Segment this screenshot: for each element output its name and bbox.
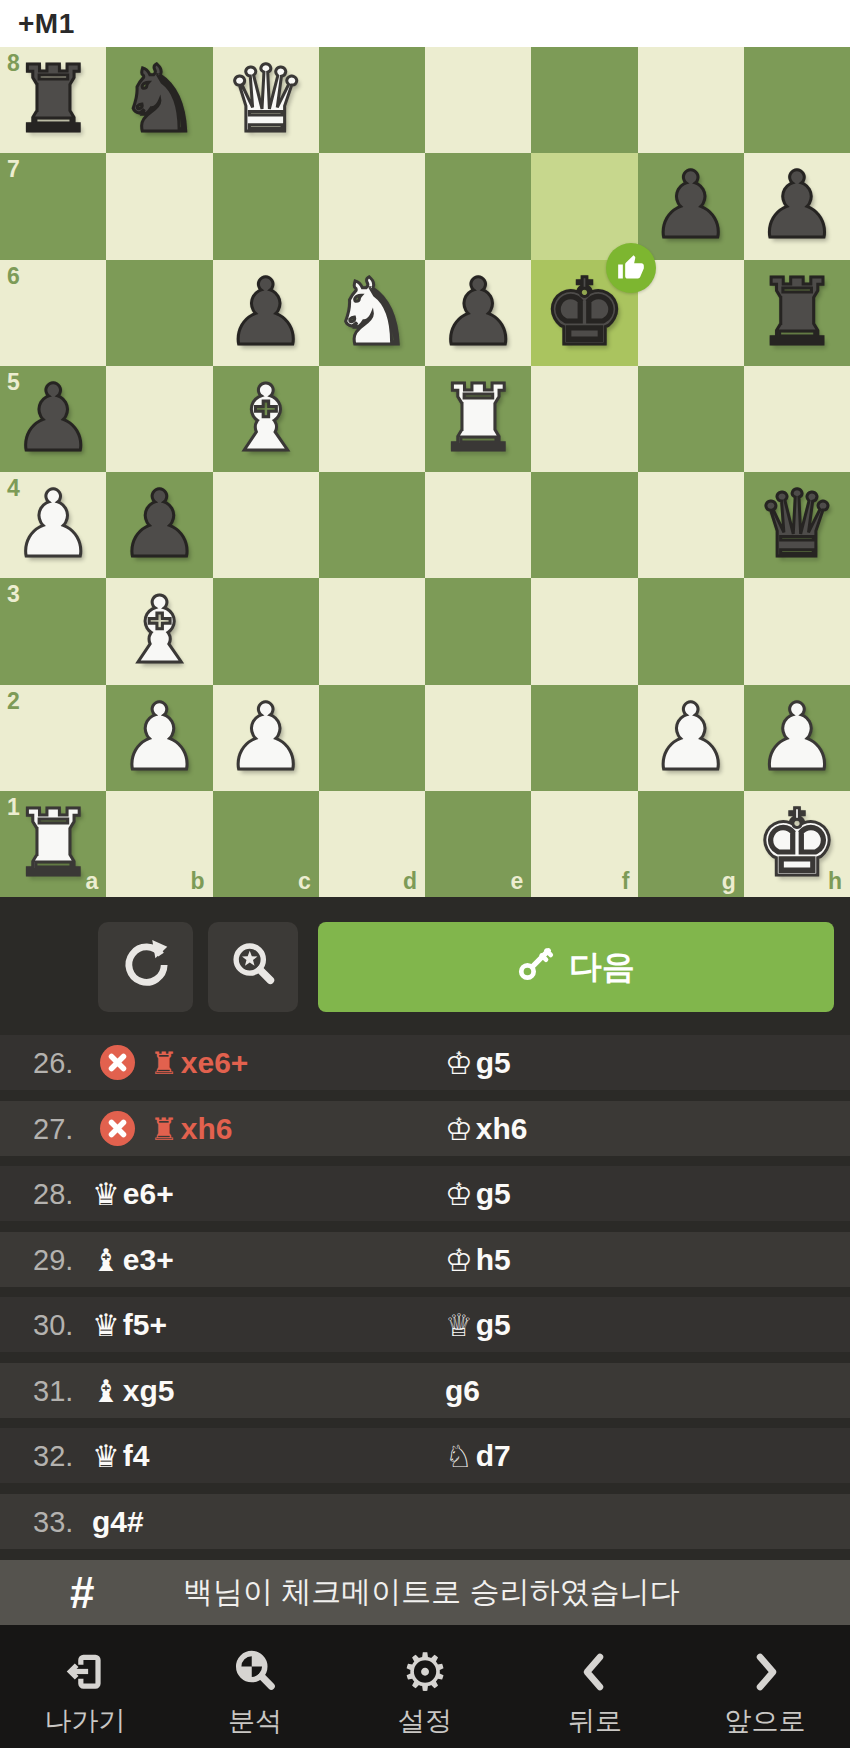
piece-black-pawn: ♟: [638, 153, 744, 259]
white-move-piece-icon: ♜: [150, 1045, 178, 1081]
exit-icon: [60, 1647, 110, 1697]
white-move-piece-icon: ♛: [92, 1307, 120, 1343]
square-f2[interactable]: [531, 685, 637, 791]
square-f8[interactable]: [531, 47, 637, 153]
square-c8[interactable]: ♛: [213, 47, 319, 153]
square-b3[interactable]: ♝: [106, 578, 212, 684]
chess-board: 8♜♞♛7♟♟6♟♞♟♚♜5♟♝♜4♟♟♛3♝2♟♟♟♟1a♜bcdefgh♚: [0, 47, 850, 897]
refresh-icon: [119, 938, 173, 996]
square-e4[interactable]: [425, 472, 531, 578]
move-row-31[interactable]: 31.♝xg5g6: [0, 1363, 850, 1418]
square-g5[interactable]: [638, 366, 744, 472]
white-move-piece-icon: ♜: [150, 1111, 178, 1147]
thumbs-up-icon: [606, 243, 656, 293]
piece-black-pawn: ♟: [213, 260, 319, 366]
move-number: 28.: [33, 1177, 73, 1210]
square-b8[interactable]: ♞: [106, 47, 212, 153]
white-move-piece-icon: ♝: [92, 1373, 120, 1409]
file-label-b: b: [190, 870, 204, 893]
square-d1[interactable]: d: [319, 791, 425, 897]
piece-white-knight: ♞: [319, 260, 425, 366]
analysis-icon: [230, 1647, 280, 1697]
black-move: ♔g5: [445, 1045, 511, 1081]
next-button-label: 다음: [569, 945, 635, 990]
square-g1[interactable]: g: [638, 791, 744, 897]
square-a3[interactable]: 3: [0, 578, 106, 684]
move-number: 29.: [33, 1243, 73, 1276]
retry-button[interactable]: [98, 922, 193, 1012]
white-move-piece-icon: ♛: [92, 1176, 120, 1212]
bottom-nav: 나가기 분석 ⚙ 설정 뒤로 앞으로: [0, 1625, 850, 1748]
back-chevron-icon: [571, 1647, 619, 1697]
black-move-piece-icon: ♔: [445, 1242, 473, 1278]
square-d3[interactable]: [319, 578, 425, 684]
nav-item-back[interactable]: 뒤로: [510, 1625, 680, 1748]
square-c7[interactable]: [213, 153, 319, 259]
square-h3[interactable]: [744, 578, 850, 684]
move-number: 26.: [33, 1046, 73, 1079]
piece-white-pawn: ♟: [213, 685, 319, 791]
puzzle-toolbar: 다음: [0, 897, 850, 1030]
move-row-28[interactable]: 28.♛e6+♔g5: [0, 1166, 850, 1221]
square-c3[interactable]: [213, 578, 319, 684]
nav-label-back: 뒤로: [568, 1703, 622, 1739]
move-number: 33.: [33, 1505, 73, 1538]
white-move: ♝xg5: [92, 1373, 175, 1409]
file-label-f: f: [622, 870, 630, 893]
piece-white-rook: ♜: [425, 366, 531, 472]
square-e1[interactable]: e: [425, 791, 531, 897]
piece-black-knight: ♞: [106, 47, 212, 153]
square-b1[interactable]: b: [106, 791, 212, 897]
piece-black-pawn: ♟: [106, 472, 212, 578]
move-list: 26.♜xe6+♔g527.♜xh6♔xh628.♛e6+♔g529.♝e3+♔…: [0, 1030, 850, 1560]
file-label-d: d: [403, 870, 417, 893]
square-g3[interactable]: [638, 578, 744, 684]
white-move: ♛e6+: [92, 1176, 174, 1212]
square-e8[interactable]: [425, 47, 531, 153]
black-move: ♘d7: [445, 1438, 511, 1474]
square-h2[interactable]: ♟: [744, 685, 850, 791]
square-b2[interactable]: ♟: [106, 685, 212, 791]
white-move: ♛f5+: [92, 1307, 167, 1343]
nav-item-forward[interactable]: 앞으로: [680, 1625, 850, 1748]
rank-label-5: 5: [7, 371, 20, 394]
black-move-piece-icon: ♔: [445, 1111, 473, 1147]
square-b7[interactable]: [106, 153, 212, 259]
square-g7[interactable]: ♟: [638, 153, 744, 259]
square-h8[interactable]: [744, 47, 850, 153]
rank-label-6: 6: [7, 265, 20, 288]
wrong-move-icon: [100, 1045, 135, 1080]
nav-item-settings[interactable]: ⚙ 설정: [340, 1625, 510, 1748]
piece-white-bishop: ♝: [213, 366, 319, 472]
move-number: 27.: [33, 1112, 73, 1145]
piece-black-pawn: ♟: [425, 260, 531, 366]
result-text: 백님이 체크메이트로 승리하였습니다: [183, 1572, 680, 1613]
piece-white-pawn: ♟: [744, 685, 850, 791]
nav-item-exit[interactable]: 나가기: [0, 1625, 170, 1748]
rank-label-3: 3: [7, 583, 20, 606]
file-label-a: a: [85, 870, 98, 893]
move-row-29[interactable]: 29.♝e3+♔h5: [0, 1232, 850, 1287]
magnifier-star-icon: [228, 940, 278, 994]
nav-label-analysis: 분석: [228, 1703, 282, 1739]
file-label-e: e: [510, 870, 523, 893]
move-number: 30.: [33, 1308, 73, 1341]
piece-white-pawn: ♟: [106, 685, 212, 791]
square-c4[interactable]: [213, 472, 319, 578]
white-move: ♜xe6+: [150, 1045, 248, 1081]
move-row-30[interactable]: 30.♛f5+♕g5: [0, 1297, 850, 1352]
square-a4[interactable]: 4♟: [0, 472, 106, 578]
key-icon: [517, 944, 555, 990]
square-c1[interactable]: c: [213, 791, 319, 897]
square-e2[interactable]: [425, 685, 531, 791]
square-a8[interactable]: 8♜: [0, 47, 106, 153]
square-f5[interactable]: [531, 366, 637, 472]
square-e6[interactable]: ♟: [425, 260, 531, 366]
square-a7[interactable]: 7: [0, 153, 106, 259]
move-number: 31.: [33, 1374, 73, 1407]
move-row-26[interactable]: 26.♜xe6+♔g5: [0, 1035, 850, 1090]
square-g2[interactable]: ♟: [638, 685, 744, 791]
square-h4[interactable]: ♛: [744, 472, 850, 578]
analysis-search-button[interactable]: [208, 922, 298, 1012]
white-move: ♝e3+: [92, 1242, 174, 1278]
square-d5[interactable]: [319, 366, 425, 472]
piece-white-pawn: ♟: [638, 685, 744, 791]
top-bar: +M1: [0, 0, 850, 47]
gear-icon: ⚙: [402, 1647, 449, 1697]
square-e7[interactable]: [425, 153, 531, 259]
piece-white-bishop: ♝: [106, 578, 212, 684]
square-c5[interactable]: ♝: [213, 366, 319, 472]
next-button[interactable]: 다음: [318, 922, 834, 1012]
square-f3[interactable]: [531, 578, 637, 684]
rank-label-4: 4: [7, 477, 20, 500]
square-e3[interactable]: [425, 578, 531, 684]
square-b4[interactable]: ♟: [106, 472, 212, 578]
black-move: ♔xh6: [445, 1111, 528, 1147]
square-d8[interactable]: [319, 47, 425, 153]
move-row-33[interactable]: 33.g4#: [0, 1494, 850, 1549]
square-e5[interactable]: ♜: [425, 366, 531, 472]
file-label-c: c: [298, 870, 311, 893]
file-label-h: h: [828, 870, 842, 893]
square-a5[interactable]: 5♟: [0, 366, 106, 472]
piece-black-pawn: ♟: [744, 153, 850, 259]
piece-white-queen: ♛: [213, 47, 319, 153]
move-number: 32.: [33, 1439, 73, 1472]
white-move: g4#: [92, 1505, 144, 1539]
square-b5[interactable]: [106, 366, 212, 472]
checkmate-hash-icon: #: [70, 1571, 94, 1615]
square-h5[interactable]: [744, 366, 850, 472]
rank-label-2: 2: [7, 690, 20, 713]
white-move: ♛f4: [92, 1438, 149, 1474]
square-h7[interactable]: ♟: [744, 153, 850, 259]
square-d6[interactable]: ♞: [319, 260, 425, 366]
square-c6[interactable]: ♟: [213, 260, 319, 366]
nav-label-exit: 나가기: [45, 1703, 126, 1739]
nav-label-forward: 앞으로: [725, 1703, 806, 1739]
square-d4[interactable]: [319, 472, 425, 578]
square-g8[interactable]: [638, 47, 744, 153]
nav-label-settings: 설정: [398, 1703, 452, 1739]
black-move: ♔g5: [445, 1176, 511, 1212]
black-move-piece-icon: ♔: [445, 1045, 473, 1081]
square-d2[interactable]: [319, 685, 425, 791]
nav-item-analysis[interactable]: 분석: [170, 1625, 340, 1748]
black-move-piece-icon: ♕: [445, 1307, 473, 1343]
square-a1[interactable]: 1a♜: [0, 791, 106, 897]
square-d7[interactable]: [319, 153, 425, 259]
wrong-move-icon: [100, 1111, 135, 1146]
forward-chevron-icon: [741, 1647, 789, 1697]
rank-label-7: 7: [7, 158, 20, 181]
square-a6[interactable]: 6: [0, 260, 106, 366]
move-row-32[interactable]: 32.♛f4♘d7: [0, 1428, 850, 1483]
black-move-piece-icon: ♘: [445, 1438, 473, 1474]
black-move: ♔h5: [445, 1242, 511, 1278]
square-f4[interactable]: [531, 472, 637, 578]
black-move: g6: [445, 1374, 480, 1408]
square-h1[interactable]: h♚: [744, 791, 850, 897]
square-b6[interactable]: [106, 260, 212, 366]
rank-label-1: 1: [7, 796, 20, 819]
white-move-piece-icon: ♛: [92, 1438, 120, 1474]
piece-black-queen: ♛: [744, 472, 850, 578]
white-move-piece-icon: ♝: [92, 1242, 120, 1278]
piece-black-rook: ♜: [744, 260, 850, 366]
black-move-piece-icon: ♔: [445, 1176, 473, 1212]
square-h6[interactable]: ♜: [744, 260, 850, 366]
move-row-27[interactable]: 27.♜xh6♔xh6: [0, 1101, 850, 1156]
white-move: ♜xh6: [150, 1111, 233, 1147]
result-banner: # 백님이 체크메이트로 승리하였습니다: [0, 1560, 850, 1625]
square-a2[interactable]: 2: [0, 685, 106, 791]
square-c2[interactable]: ♟: [213, 685, 319, 791]
black-move: ♕g5: [445, 1307, 511, 1343]
rank-label-8: 8: [7, 52, 20, 75]
square-g4[interactable]: [638, 472, 744, 578]
evaluation-label: +M1: [18, 8, 75, 40]
file-label-g: g: [722, 870, 736, 893]
square-f1[interactable]: f: [531, 791, 637, 897]
